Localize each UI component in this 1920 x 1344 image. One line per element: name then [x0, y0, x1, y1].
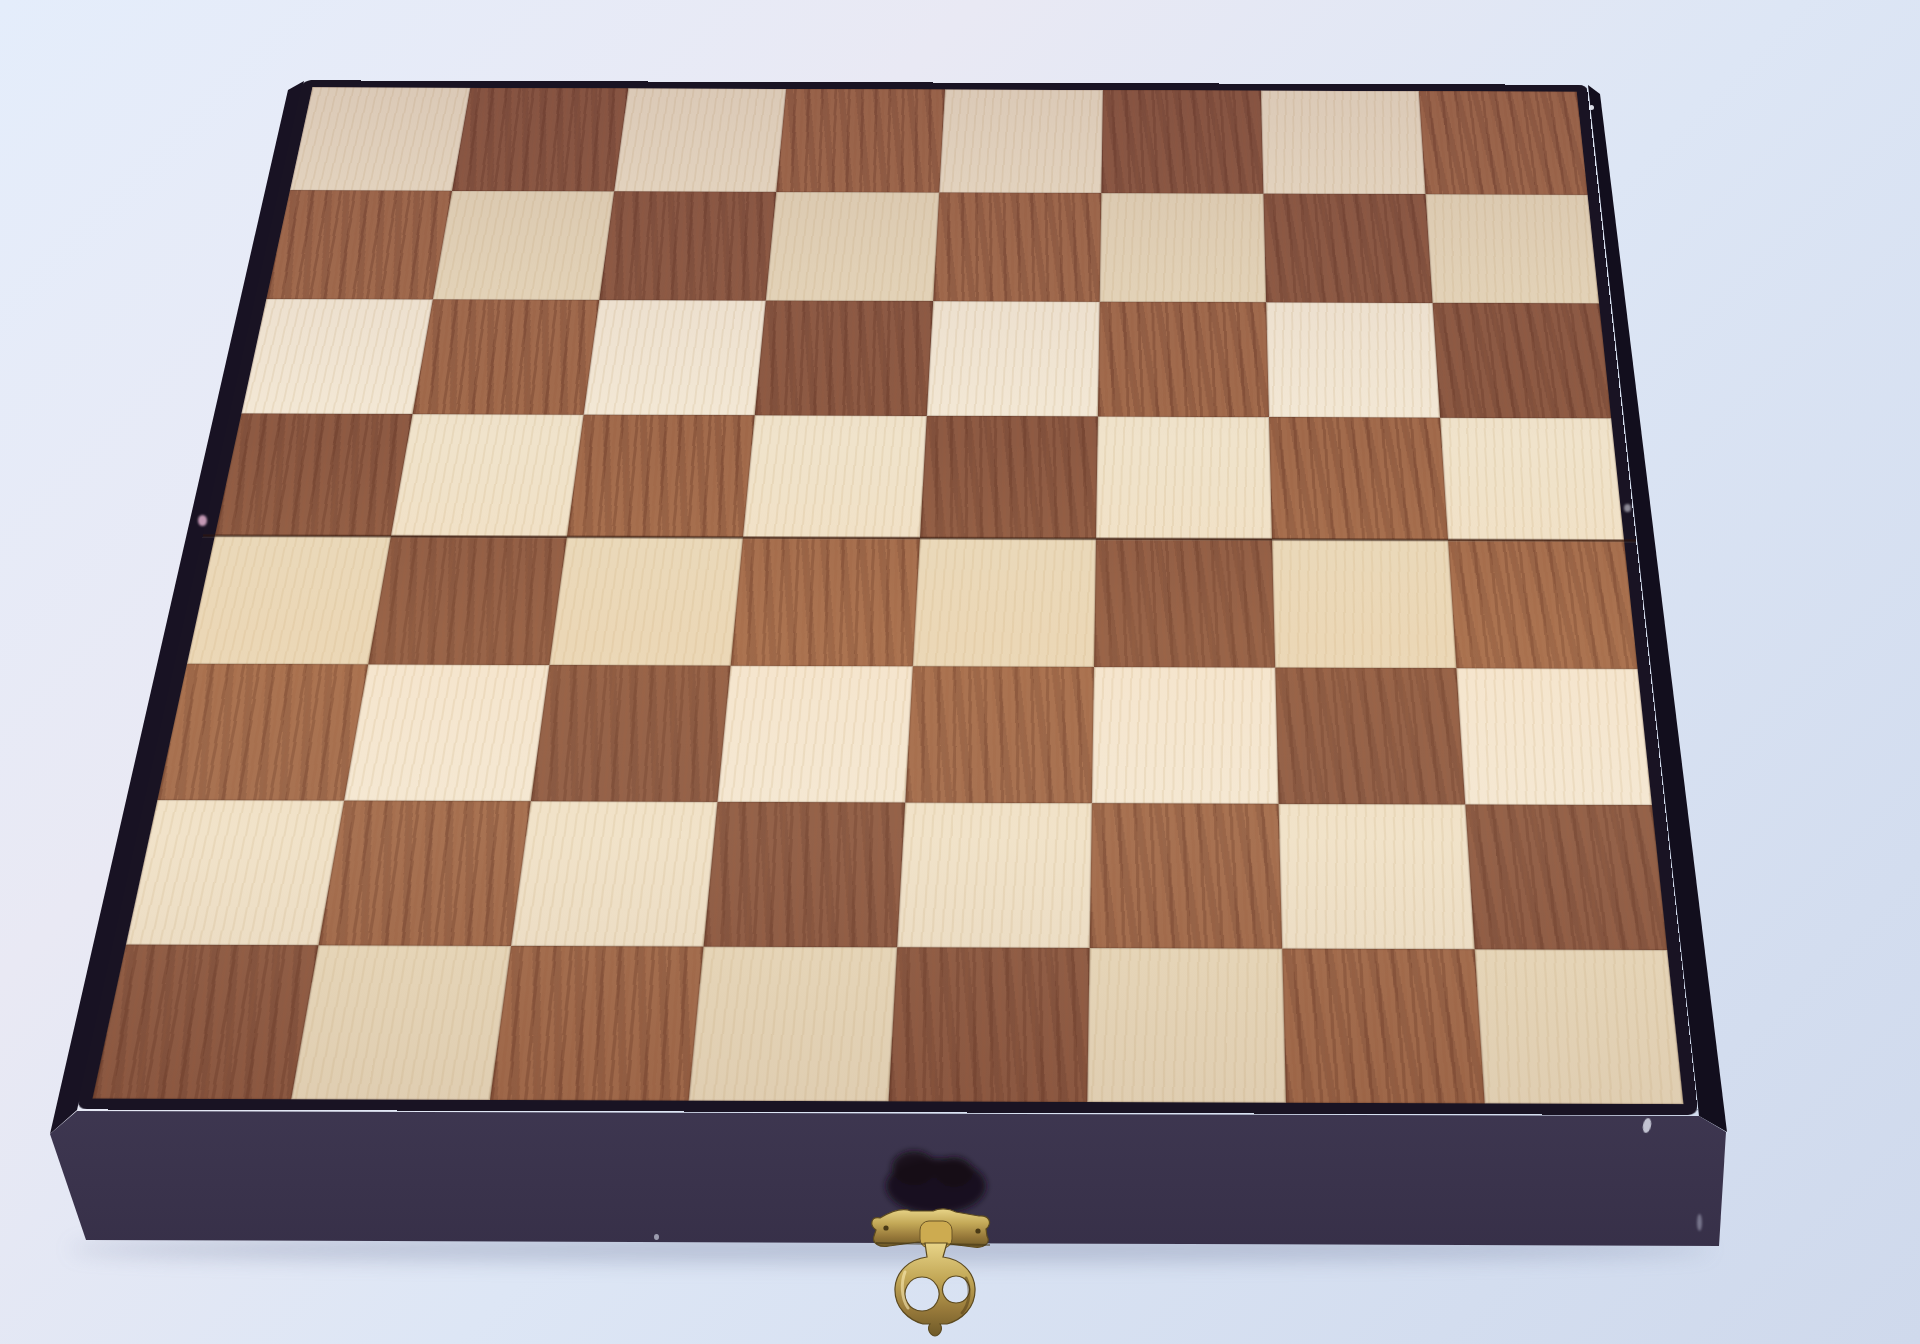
square-f3 [1092, 667, 1279, 804]
hinge-nick-right [1624, 504, 1631, 512]
square-h7 [1425, 194, 1599, 303]
square-g7 [1263, 194, 1432, 303]
square-f6 [1098, 302, 1269, 417]
square-h5 [1440, 418, 1624, 540]
square-g6 [1266, 302, 1440, 417]
square-g4 [1272, 539, 1456, 668]
square-f4 [1094, 538, 1275, 667]
square-d1 [689, 946, 896, 1101]
square-a6 [241, 299, 433, 414]
square-b5 [391, 414, 584, 536]
square-c6 [584, 300, 766, 415]
square-g3 [1275, 667, 1465, 804]
square-e2 [897, 802, 1092, 948]
board-fold-seam [203, 534, 1637, 543]
square-b6 [413, 300, 600, 415]
square-c3 [531, 665, 731, 802]
square-f7 [1099, 193, 1266, 302]
square-f1 [1087, 948, 1286, 1103]
hinge-nick-left [198, 515, 207, 526]
square-b4 [368, 536, 567, 665]
square-d2 [704, 802, 905, 947]
square-c7 [600, 191, 777, 300]
square-e8 [939, 89, 1103, 193]
square-h8 [1419, 91, 1588, 195]
clasp-shadow-knob [886, 1151, 986, 1214]
square-b3 [344, 664, 549, 801]
chessboard [77, 80, 1699, 1115]
square-h4 [1448, 539, 1638, 668]
square-e4 [912, 538, 1095, 667]
scuff-top-right-corner [1589, 105, 1594, 110]
square-a8 [290, 87, 470, 191]
square-f2 [1089, 803, 1282, 949]
square-e7 [933, 193, 1101, 302]
square-a4 [187, 535, 391, 664]
square-e1 [888, 947, 1089, 1102]
square-b8 [452, 88, 628, 192]
brass-clasp [850, 1130, 1010, 1344]
square-d7 [766, 192, 939, 301]
square-a7 [266, 190, 452, 299]
square-d8 [777, 89, 945, 193]
square-g2 [1278, 804, 1474, 950]
square-c5 [567, 415, 755, 537]
square-c1 [490, 946, 704, 1101]
square-b1 [291, 945, 511, 1100]
square-a3 [157, 663, 368, 800]
square-e5 [920, 416, 1098, 538]
square-a1 [92, 944, 318, 1099]
square-c2 [511, 801, 718, 946]
square-a2 [126, 800, 344, 945]
square-d3 [718, 665, 912, 802]
square-c8 [614, 88, 786, 192]
square-f5 [1096, 417, 1272, 539]
square-f8 [1101, 90, 1263, 194]
clasp-hinge-plate [872, 1209, 990, 1248]
square-g1 [1282, 949, 1485, 1104]
square-h1 [1475, 949, 1684, 1104]
square-h2 [1465, 804, 1667, 950]
square-g8 [1261, 90, 1426, 194]
square-b2 [319, 800, 531, 945]
square-g5 [1269, 417, 1448, 539]
square-d6 [755, 301, 933, 416]
square-d4 [731, 537, 919, 666]
square-e6 [926, 301, 1099, 416]
square-h6 [1432, 303, 1611, 418]
square-h3 [1456, 668, 1652, 805]
square-c4 [550, 536, 744, 665]
clasp-pendant [895, 1243, 975, 1336]
square-a5 [215, 414, 413, 536]
photo-scene [0, 0, 1920, 1344]
square-b7 [433, 191, 614, 300]
square-d5 [743, 416, 926, 538]
square-e3 [905, 666, 1094, 803]
